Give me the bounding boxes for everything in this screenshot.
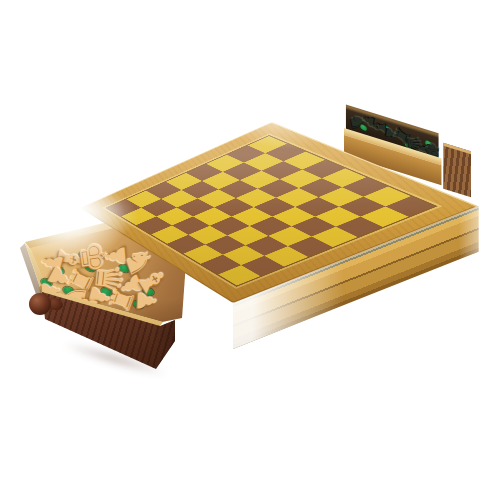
- chess-piece: ♟: [133, 289, 159, 312]
- drawer-knob: [29, 293, 51, 315]
- chess-box-product-photo: ♞♟♝♟♜♛♟♚ ♝♟♚♟♞♟♜♛♟♝♟♞♟♜♟♟: [0, 0, 500, 500]
